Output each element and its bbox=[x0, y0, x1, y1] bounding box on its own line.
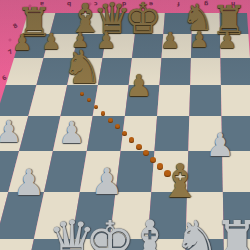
file-label-d: d bbox=[122, 1, 126, 8]
piece-black-pawn-g7[interactable]: ♟ bbox=[189, 29, 209, 51]
move-trail-dot bbox=[101, 111, 106, 116]
move-trail-dot bbox=[143, 150, 149, 156]
piece-black-pawn-a7[interactable]: ♟ bbox=[12, 32, 32, 54]
file-label-a: a bbox=[40, 1, 44, 8]
move-trail-dot bbox=[122, 131, 128, 137]
move-trail-dot bbox=[87, 98, 91, 102]
piece-black-knight-c6[interactable]: ♞ bbox=[61, 44, 102, 90]
move-trail-dot bbox=[136, 144, 142, 150]
piece-white-pawn-g4[interactable]: ♟ bbox=[206, 129, 235, 161]
piece-black-pawn-e5[interactable]: ♟ bbox=[126, 71, 153, 101]
file-label-g: g bbox=[204, 1, 208, 8]
piece-black-pawn-f7[interactable]: ♟ bbox=[160, 30, 180, 52]
piece-black-bishop-f2[interactable]: ♝ bbox=[159, 158, 200, 204]
move-trail-dot bbox=[150, 157, 157, 164]
piece-black-king-e8[interactable]: ♚ bbox=[124, 0, 162, 40]
chess-app-window: ♜♝♛♚♞♜♟♟♟♟♟♟♟♞♟♟♟♟♟♟♝♛♚♝♞♜abcdefgh876 bbox=[0, 0, 250, 250]
file-label-f: f bbox=[177, 1, 180, 8]
piece-white-pawn-d3[interactable]: ♟ bbox=[91, 164, 123, 200]
piece-white-pawn-b3[interactable]: ♟ bbox=[13, 165, 45, 201]
file-label-e: e bbox=[149, 1, 153, 8]
piece-black-pawn-b7[interactable]: ♟ bbox=[41, 31, 61, 53]
piece-white-rook-h1[interactable]: ♜ bbox=[214, 214, 250, 250]
move-trail-dot bbox=[108, 118, 113, 123]
move-trail-dot bbox=[129, 137, 135, 143]
file-label-c: c bbox=[94, 1, 98, 8]
file-label-b: b bbox=[67, 1, 71, 8]
piece-white-bishop-f1[interactable]: ♝ bbox=[126, 214, 174, 250]
move-trail-dot bbox=[115, 124, 120, 129]
piece-white-pawn-c4[interactable]: ♟ bbox=[59, 118, 86, 148]
move-trail-dot bbox=[94, 105, 99, 110]
piece-black-pawn-h7[interactable]: ♟ bbox=[217, 30, 237, 52]
file-label-h: h bbox=[231, 1, 235, 8]
piece-white-pawn-a4[interactable]: ♟ bbox=[0, 117, 22, 147]
